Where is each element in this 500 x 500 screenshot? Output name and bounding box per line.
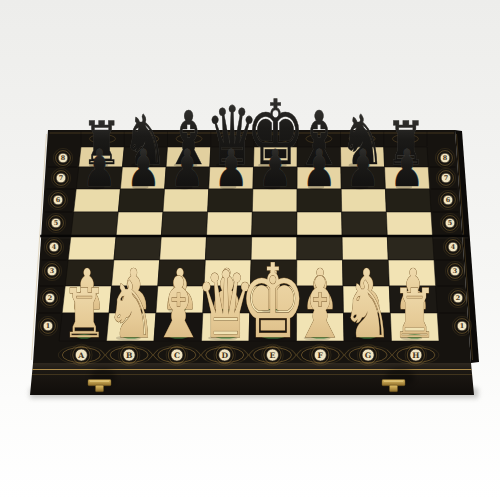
- piece-black-pawn-d7[interactable]: ♟: [214, 138, 248, 198]
- square-f5[interactable]: [297, 212, 342, 236]
- square-a5[interactable]: [71, 212, 118, 236]
- rank-label-right-6: 6: [446, 196, 451, 204]
- rank-label-right-8: 8: [443, 154, 448, 162]
- black-pawn-glyph: ♟: [126, 138, 160, 198]
- white-rook-glyph: ♜: [392, 273, 437, 353]
- black-pawn-glyph: ♟: [390, 138, 424, 198]
- rank-label-left-7: 7: [59, 174, 63, 182]
- rank-label-right-3: 3: [453, 267, 458, 275]
- square-h5[interactable]: [386, 212, 432, 236]
- product-photo-scene: 8877665544332211ABCDEFGH♜♞♝♛♚♝♞♜♟♟♟♟♟♟♟♟…: [0, 0, 500, 500]
- black-pawn-glyph: ♟: [302, 138, 336, 198]
- black-pawn-glyph: ♟: [346, 138, 380, 198]
- piece-white-bishop-f1[interactable]: ♝: [292, 258, 348, 356]
- rank-label-left-5: 5: [54, 219, 58, 227]
- square-d5[interactable]: [207, 212, 253, 236]
- piece-black-pawn-a7[interactable]: ♟: [82, 138, 116, 198]
- rank-label-left-1: 1: [46, 322, 50, 330]
- piece-white-knight-b1[interactable]: ♞: [106, 264, 158, 355]
- rank-label-right-5: 5: [448, 219, 452, 227]
- rank-label-right-1: 1: [460, 322, 464, 330]
- square-b5[interactable]: [116, 212, 163, 236]
- square-g5[interactable]: [342, 212, 388, 236]
- piece-black-pawn-h7[interactable]: ♟: [390, 138, 424, 198]
- square-e5[interactable]: [252, 212, 297, 236]
- black-pawn-glyph: ♟: [214, 138, 248, 198]
- black-pawn-glyph: ♟: [170, 138, 204, 198]
- rank-label-right-4: 4: [451, 243, 456, 251]
- black-pawn-glyph: ♟: [258, 138, 292, 198]
- piece-black-pawn-f7[interactable]: ♟: [302, 138, 336, 198]
- rank-label-right-2: 2: [456, 294, 460, 302]
- rank-label-left-6: 6: [56, 196, 61, 204]
- piece-white-rook-h1[interactable]: ♜: [392, 273, 437, 353]
- rank-label-left-4: 4: [52, 243, 57, 251]
- black-pawn-glyph: ♟: [82, 138, 116, 198]
- piece-black-pawn-e7[interactable]: ♟: [258, 138, 292, 198]
- white-bishop-glyph: ♝: [292, 258, 348, 356]
- piece-black-pawn-b7[interactable]: ♟: [126, 138, 160, 198]
- rank-label-left-8: 8: [61, 154, 66, 162]
- chess-set-photo: 8877665544332211ABCDEFGH♜♞♝♛♚♝♞♜♟♟♟♟♟♟♟♟…: [0, 0, 500, 500]
- rank-label-left-3: 3: [50, 267, 55, 275]
- square-c5[interactable]: [161, 212, 207, 236]
- piece-black-pawn-g7[interactable]: ♟: [346, 138, 380, 198]
- rank-label-left-2: 2: [48, 294, 52, 302]
- piece-black-pawn-c7[interactable]: ♟: [170, 138, 204, 198]
- white-knight-glyph: ♞: [341, 264, 393, 355]
- piece-white-knight-g1[interactable]: ♞: [341, 264, 393, 355]
- white-knight-glyph: ♞: [106, 264, 158, 355]
- white-rook-glyph: ♜: [62, 273, 107, 353]
- piece-white-rook-a1[interactable]: ♜: [62, 273, 107, 353]
- rank-label-right-7: 7: [444, 174, 448, 182]
